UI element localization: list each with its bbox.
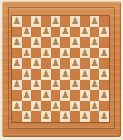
board-square-r4c9[interactable] [90, 48, 100, 59]
board-square-r8c5[interactable] [51, 90, 61, 101]
pawn-motif-icon: ♟ [71, 80, 79, 89]
board-square-r7c1[interactable]: ♟ [12, 80, 22, 91]
board-square-r8c4[interactable]: ♟ [41, 90, 51, 101]
board-square-r3c1[interactable]: ♟ [12, 37, 22, 48]
board-square-r5c4[interactable] [41, 58, 51, 69]
board-square-r8c7[interactable] [70, 90, 80, 101]
board-square-r6c7[interactable] [70, 69, 80, 80]
board-square-r10c5[interactable] [51, 111, 61, 122]
pawn-motif-icon: ♟ [61, 90, 69, 99]
pawn-motif-icon: ♟ [90, 101, 98, 110]
board-square-r5c9[interactable]: ♟ [90, 58, 100, 69]
pawn-motif-icon: ♟ [81, 48, 89, 57]
pawn-motif-icon: ♟ [61, 27, 69, 36]
board-square-r10c6[interactable]: ♟ [60, 111, 70, 122]
board-square-r4c4[interactable]: ♟ [41, 48, 51, 59]
board-square-r4c1[interactable] [12, 48, 22, 59]
board-square-r3c5[interactable]: ♟ [51, 37, 61, 48]
board-square-r7c5[interactable]: ♟ [51, 80, 61, 91]
board-square-r2c4[interactable]: ♟ [41, 27, 51, 38]
pawn-motif-icon: ♟ [23, 27, 31, 36]
board-square-r10c7[interactable] [70, 111, 80, 122]
board-square-r3c4[interactable] [41, 37, 51, 48]
board-square-r4c6[interactable]: ♟ [60, 48, 70, 59]
board-square-r9c1[interactable]: ♟ [12, 101, 22, 112]
pawn-motif-icon: ♟ [13, 59, 21, 68]
board-square-r8c2[interactable]: ♟ [22, 90, 32, 101]
pawn-motif-icon: ♟ [61, 48, 69, 57]
board-square-r10c4[interactable]: ♟ [41, 111, 51, 122]
board-square-r8c6[interactable]: ♟ [60, 90, 70, 101]
board-square-r5c10[interactable] [99, 58, 109, 69]
pawn-motif-icon: ♟ [52, 59, 60, 68]
pawn-motif-icon: ♟ [71, 16, 79, 25]
pawn-motif-icon: ♟ [90, 59, 98, 68]
board-square-r7c10[interactable] [99, 80, 109, 91]
pawn-motif-icon: ♟ [90, 80, 98, 89]
board-square-r1c4[interactable] [41, 16, 51, 27]
board-square-r9c2[interactable] [22, 101, 32, 112]
board-square-r2c7[interactable] [70, 27, 80, 38]
pawn-motif-icon: ♟ [13, 16, 21, 25]
board-square-r1c5[interactable]: ♟ [51, 16, 61, 27]
pawn-motif-icon: ♟ [42, 48, 50, 57]
board-square-r9c4[interactable] [41, 101, 51, 112]
board-square-r4c10[interactable]: ♟ [99, 48, 109, 59]
board-square-r4c3[interactable] [31, 48, 41, 59]
board-square-r1c10[interactable] [99, 16, 109, 27]
board-square-r1c3[interactable]: ♟ [31, 16, 41, 27]
board-square-r9c7[interactable]: ♟ [70, 101, 80, 112]
board-square-r7c8[interactable] [80, 80, 90, 91]
board-square-r9c10[interactable] [99, 101, 109, 112]
checkerboard: ♟♟♟♟♟♟♟♟♟♟♟♟♟♟♟♟♟♟♟♟♟♟♟♟♟♟♟♟♟♟♟♟♟♟♟♟♟♟♟♟… [12, 16, 109, 122]
pawn-motif-icon: ♟ [52, 37, 60, 46]
pawn-motif-icon: ♟ [13, 37, 21, 46]
pawn-motif-icon: ♟ [52, 101, 60, 110]
pawn-motif-icon: ♟ [100, 48, 108, 57]
board-square-r9c9[interactable]: ♟ [90, 101, 100, 112]
pawn-motif-icon: ♟ [90, 16, 98, 25]
board-square-r3c3[interactable]: ♟ [31, 37, 41, 48]
board-square-r5c2[interactable] [22, 58, 32, 69]
board-square-r10c3[interactable] [31, 111, 41, 122]
board-square-r6c5[interactable] [51, 69, 61, 80]
pawn-motif-icon: ♟ [23, 90, 31, 99]
board-square-r8c3[interactable] [31, 90, 41, 101]
pawn-motif-icon: ♟ [32, 59, 40, 68]
board-square-r1c7[interactable]: ♟ [70, 16, 80, 27]
board-square-r2c2[interactable]: ♟ [22, 27, 32, 38]
board-square-r7c4[interactable] [41, 80, 51, 91]
pawn-motif-icon: ♟ [81, 27, 89, 36]
board-square-r6c3[interactable] [31, 69, 41, 80]
board-square-r9c3[interactable]: ♟ [31, 101, 41, 112]
board-square-r10c1[interactable] [12, 111, 22, 122]
board-square-r2c10[interactable]: ♟ [99, 27, 109, 38]
board-square-r9c8[interactable] [80, 101, 90, 112]
pawn-motif-icon: ♟ [81, 90, 89, 99]
pawn-motif-icon: ♟ [23, 69, 31, 78]
board-square-r7c7[interactable]: ♟ [70, 80, 80, 91]
board-square-r8c8[interactable]: ♟ [80, 90, 90, 101]
board-square-r2c1[interactable] [12, 27, 22, 38]
pawn-motif-icon: ♟ [42, 90, 50, 99]
board-square-r3c10[interactable] [99, 37, 109, 48]
board-square-r3c2[interactable] [22, 37, 32, 48]
pawn-motif-icon: ♟ [100, 69, 108, 78]
board-square-r10c9[interactable] [90, 111, 100, 122]
pawn-motif-icon: ♟ [100, 27, 108, 36]
board-square-r10c2[interactable]: ♟ [22, 111, 32, 122]
pawn-motif-icon: ♟ [52, 80, 60, 89]
board-square-r5c1[interactable]: ♟ [12, 58, 22, 69]
board-square-r1c2[interactable] [22, 16, 32, 27]
board-square-r6c9[interactable] [90, 69, 100, 80]
pawn-motif-icon: ♟ [13, 101, 21, 110]
board-photo: { "game": "checkers (international draug… [0, 0, 123, 140]
board-square-r6c6[interactable]: ♟ [60, 69, 70, 80]
pawn-motif-icon: ♟ [23, 112, 31, 121]
board-square-r6c1[interactable] [12, 69, 22, 80]
pawn-motif-icon: ♟ [100, 112, 108, 121]
pawn-motif-icon: ♟ [32, 37, 40, 46]
board-square-r1c9[interactable]: ♟ [90, 16, 100, 27]
board-square-r4c2[interactable]: ♟ [22, 48, 32, 59]
board-square-r8c10[interactable]: ♟ [99, 90, 109, 101]
board-square-r3c7[interactable]: ♟ [70, 37, 80, 48]
pawn-motif-icon: ♟ [71, 59, 79, 68]
pawn-motif-icon: ♟ [81, 69, 89, 78]
pawn-motif-icon: ♟ [52, 16, 60, 25]
pawn-motif-icon: ♟ [42, 112, 50, 121]
board-square-r3c9[interactable]: ♟ [90, 37, 100, 48]
pawn-motif-icon: ♟ [61, 112, 69, 121]
board-square-r4c5[interactable] [51, 48, 61, 59]
pawn-motif-icon: ♟ [42, 27, 50, 36]
pawn-motif-icon: ♟ [42, 69, 50, 78]
board-square-r5c7[interactable]: ♟ [70, 58, 80, 69]
pawn-motif-icon: ♟ [32, 80, 40, 89]
pawn-motif-icon: ♟ [32, 16, 40, 25]
board-square-r3c8[interactable] [80, 37, 90, 48]
pawn-motif-icon: ♟ [23, 48, 31, 57]
pawn-motif-icon: ♟ [81, 112, 89, 121]
board-square-r6c10[interactable]: ♟ [99, 69, 109, 80]
board-square-r5c5[interactable]: ♟ [51, 58, 61, 69]
board-square-r9c5[interactable]: ♟ [51, 101, 61, 112]
board-square-r7c3[interactable]: ♟ [31, 80, 41, 91]
board-square-r1c1[interactable]: ♟ [12, 16, 22, 27]
board-square-r6c4[interactable]: ♟ [41, 69, 51, 80]
board-square-r5c6[interactable] [60, 58, 70, 69]
board-square-r4c8[interactable]: ♟ [80, 48, 90, 59]
board-square-r10c8[interactable]: ♟ [80, 111, 90, 122]
board-square-r7c9[interactable]: ♟ [90, 80, 100, 91]
pawn-motif-icon: ♟ [13, 80, 21, 89]
board-square-r2c8[interactable]: ♟ [80, 27, 90, 38]
pawn-motif-icon: ♟ [61, 69, 69, 78]
board-square-r8c1[interactable] [12, 90, 22, 101]
board-square-r2c5[interactable] [51, 27, 61, 38]
pawn-motif-icon: ♟ [100, 90, 108, 99]
board-square-r3c6[interactable] [60, 37, 70, 48]
board-square-r1c8[interactable] [80, 16, 90, 27]
board-square-r7c6[interactable] [60, 80, 70, 91]
pawn-motif-icon: ♟ [71, 37, 79, 46]
board-square-r6c8[interactable]: ♟ [80, 69, 90, 80]
board-square-r5c8[interactable] [80, 58, 90, 69]
board-square-r5c3[interactable]: ♟ [31, 58, 41, 69]
board-square-r6c2[interactable]: ♟ [22, 69, 32, 80]
pawn-motif-icon: ♟ [71, 101, 79, 110]
board-square-r8c9[interactable] [90, 90, 100, 101]
board-square-r2c9[interactable] [90, 27, 100, 38]
board-square-r2c3[interactable] [31, 27, 41, 38]
board-square-r2c6[interactable]: ♟ [60, 27, 70, 38]
board-square-r4c7[interactable] [70, 48, 80, 59]
board-square-r10c10[interactable]: ♟ [99, 111, 109, 122]
pawn-motif-icon: ♟ [90, 37, 98, 46]
board-square-r7c2[interactable] [22, 80, 32, 91]
pawn-motif-icon: ♟ [32, 101, 40, 110]
board-square-r1c6[interactable] [60, 16, 70, 27]
board-square-r9c6[interactable] [60, 101, 70, 112]
